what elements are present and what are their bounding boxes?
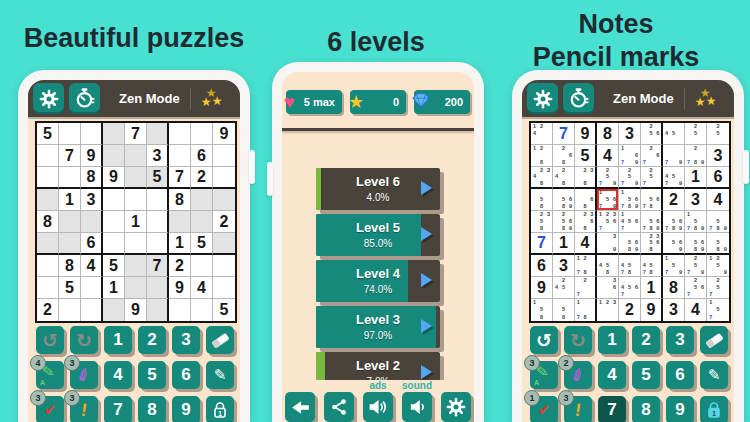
pencil-mark-3: 3: [545, 167, 552, 174]
cell-r4c2[interactable]: 1: [59, 189, 81, 211]
cell-r8c4[interactable]: 1: [103, 277, 125, 299]
cell-r8c9[interactable]: [213, 277, 235, 299]
pencil-mark-8: 8: [648, 246, 655, 253]
count-badge: 1: [524, 390, 540, 406]
cell-r2c9[interactable]: 3: [707, 145, 729, 167]
blue-pencil-mark-7: 7: [663, 180, 670, 187]
cell-r1c5[interactable]: 7: [125, 123, 147, 145]
cell-r7c3[interactable]: 1287: [575, 255, 597, 277]
cell-r9c7[interactable]: 3: [663, 299, 685, 321]
cell-r1c1[interactable]: 124: [531, 123, 553, 145]
cell-r3c1[interactable]: 2348: [531, 167, 553, 189]
cell-r8c8[interactable]: 2567: [685, 277, 707, 299]
redo-button[interactable]: ↻: [70, 326, 98, 354]
number-3-button[interactable]: 3: [172, 326, 200, 354]
cell-r3c2[interactable]: [59, 167, 81, 189]
cell-r1c9[interactable]: 25: [707, 123, 729, 145]
number-label: 5: [147, 365, 156, 385]
pencil-mark-8: 8: [560, 203, 567, 210]
cell-r6c9[interactable]: 589: [707, 233, 729, 255]
star-pill[interactable]: ★0: [350, 90, 406, 114]
cell-r6c4[interactable]: [103, 233, 125, 255]
cell-r5c3[interactable]: [81, 211, 103, 233]
cell-r2c3[interactable]: 5: [575, 145, 597, 167]
number-7-button[interactable]: 7: [104, 396, 132, 422]
pencil-mark-2: 2: [714, 277, 721, 284]
number-4-button[interactable]: 4: [104, 361, 132, 389]
given-digit: 8: [65, 258, 74, 274]
cell-r9c4[interactable]: [103, 299, 125, 321]
cell-r8c2[interactable]: 5: [59, 277, 81, 299]
gear-button[interactable]: [441, 392, 471, 422]
pencil-mark-2: 2: [604, 299, 611, 306]
pencil-mark-2: 2: [692, 255, 699, 262]
cell-r4c5[interactable]: 156897: [619, 189, 641, 211]
cell-r5c8[interactable]: 15897: [685, 211, 707, 233]
cell-r9c7[interactable]: [169, 299, 191, 321]
heart-pill[interactable]: ♥5 max: [286, 90, 342, 114]
number-9-button[interactable]: 9: [172, 396, 200, 422]
caption-notes: Notes Pencil marks: [482, 8, 750, 74]
cell-r7c8[interactable]: 2597: [685, 255, 707, 277]
cell-r2c4[interactable]: 4: [597, 145, 619, 167]
pencil-mark-2: 2: [648, 123, 655, 130]
cell-r7c3[interactable]: 4: [81, 255, 103, 277]
pencil-mark-5: 5: [626, 218, 633, 225]
pencil-mark-2: 2: [582, 277, 589, 284]
cell-r7c9[interactable]: [213, 255, 235, 277]
cell-r9c6[interactable]: [147, 299, 169, 321]
cell-r5c4[interactable]: [103, 211, 125, 233]
cell-r5c6[interactable]: [147, 211, 169, 233]
cell-r9c2[interactable]: [59, 299, 81, 321]
play-icon: [421, 365, 432, 379]
pencil-mark-8: 8: [692, 246, 699, 253]
cell-r1c9[interactable]: 9: [213, 123, 235, 145]
cell-r6c2[interactable]: [59, 233, 81, 255]
pencil-mark-9: 9: [567, 203, 574, 210]
given-digit: 4: [197, 280, 206, 296]
cell-r9c8[interactable]: 4: [685, 299, 707, 321]
cell-r5c1[interactable]: 2358: [531, 211, 553, 233]
cell-r2c2[interactable]: 268: [553, 145, 575, 167]
given-digit: 9: [175, 280, 184, 296]
speaker-waves-button[interactable]: [363, 392, 393, 422]
level-card-level-6[interactable]: Level 64.0%: [316, 168, 440, 210]
pencil-mark-4: 4: [619, 262, 626, 269]
pencil-mark-5: 5: [670, 240, 677, 247]
cell-r6c8[interactable]: 5689: [685, 233, 707, 255]
cell-r3c8[interactable]: 2: [191, 167, 213, 189]
cell-r8c1[interactable]: [37, 277, 59, 299]
given-digit: 7: [153, 258, 162, 274]
timer-button[interactable]: [69, 83, 100, 114]
cell-r3c6[interactable]: 5: [147, 167, 169, 189]
cell-r4c8[interactable]: [191, 189, 213, 211]
pencil-mark-2: 2: [538, 123, 545, 130]
pencil-mark-2: 2: [604, 211, 611, 218]
cell-r1c4[interactable]: 8: [597, 123, 619, 145]
cell-r6c6[interactable]: 23568: [641, 233, 663, 255]
pencil-mark-5: 5: [538, 218, 545, 225]
blue-pencil-mark-7: 7: [663, 225, 670, 232]
cell-r8c7[interactable]: 9: [169, 277, 191, 299]
given-digit: 8: [87, 169, 96, 185]
cell-r9c3[interactable]: [81, 299, 103, 321]
pencil-mark-5: 5: [714, 306, 721, 313]
cell-r6c2[interactable]: 1: [553, 233, 575, 255]
cell-r9c1[interactable]: 2: [37, 299, 59, 321]
pencil-mark-5: 5: [714, 262, 721, 269]
cell-r3c7[interactable]: 7: [169, 167, 191, 189]
cell-r7c6[interactable]: 7: [147, 255, 169, 277]
cell-r7c1[interactable]: 6: [531, 255, 553, 277]
pencil-mark-9: 9: [699, 225, 706, 232]
cell-r6c7[interactable]: 569: [663, 233, 685, 255]
back-arrow-icon: [291, 398, 310, 417]
cell-r6c6[interactable]: [147, 233, 169, 255]
pencil-mark-8: 8: [626, 269, 633, 276]
timer-button[interactable]: [563, 83, 594, 114]
cell-r5c9[interactable]: 5897: [707, 211, 729, 233]
level-card-level-3[interactable]: Level 397.0%: [316, 306, 440, 348]
cell-r9c9[interactable]: 157: [707, 299, 729, 321]
pencil-mark-9: 9: [722, 225, 729, 232]
check-icon: ✔: [538, 401, 551, 419]
cell-r1c5[interactable]: 3: [619, 123, 641, 145]
number-1-button[interactable]: 1: [598, 326, 626, 354]
cell-r8c2[interactable]: 245: [553, 277, 575, 299]
given-digit: 1: [131, 214, 140, 230]
pencil-a-button[interactable]: ✎A4: [36, 361, 64, 389]
pencil-mark-5: 5: [648, 196, 655, 203]
cell-r9c5[interactable]: 2: [619, 299, 641, 321]
cell-r6c1[interactable]: [37, 233, 59, 255]
pencil-mark-5: 5: [670, 262, 677, 269]
cell-r2c2[interactable]: 7: [59, 145, 81, 167]
cell-r2c3[interactable]: 9: [81, 145, 103, 167]
pencil-mark-5: 5: [692, 130, 699, 137]
cell-r8c6[interactable]: [147, 277, 169, 299]
cell-r2c6[interactable]: 3: [147, 145, 169, 167]
cell-r2c8[interactable]: 2897: [685, 145, 707, 167]
pencil-mark-5: 5: [560, 284, 567, 291]
cell-r7c6[interactable]: 4587: [641, 255, 663, 277]
cell-r2c6[interactable]: 267: [641, 145, 663, 167]
cell-r9c5[interactable]: 9: [125, 299, 147, 321]
pencil-mark-3: 3: [611, 299, 618, 306]
check-button[interactable]: ✔1: [530, 396, 558, 422]
given-digit: 5: [197, 235, 206, 251]
cell-r3c9[interactable]: 6: [707, 167, 729, 189]
number-8-button[interactable]: 8: [138, 396, 166, 422]
cell-r4c3[interactable]: 3: [81, 189, 103, 211]
cell-r8c3[interactable]: [81, 277, 103, 299]
cell-r2c1[interactable]: [37, 145, 59, 167]
exclaim-button[interactable]: !3: [564, 396, 592, 422]
number-2-button[interactable]: 2: [138, 326, 166, 354]
cell-r8c4[interactable]: 36: [597, 277, 619, 299]
cell-r1c8[interactable]: [191, 123, 213, 145]
given-digit: 4: [691, 302, 700, 318]
cell-r6c8[interactable]: 5: [191, 233, 213, 255]
cell-r1c7[interactable]: [169, 123, 191, 145]
gear-icon: [446, 397, 466, 417]
pencil-mark-5: 5: [538, 196, 545, 203]
number-7-button[interactable]: 7: [598, 396, 626, 422]
cell-r8c5[interactable]: [125, 277, 147, 299]
cell-r2c7[interactable]: 97: [663, 145, 685, 167]
number-6-button[interactable]: 6: [172, 361, 200, 389]
pencil-mark-1: 1: [597, 189, 604, 196]
pencil-mark-1: 1: [619, 189, 626, 196]
undo-button[interactable]: ↺: [530, 326, 558, 354]
cell-r2c1[interactable]: 128: [531, 145, 553, 167]
gem-pill[interactable]: 200: [414, 90, 470, 114]
cell-r2c5[interactable]: [125, 145, 147, 167]
cell-r9c8[interactable]: [191, 299, 213, 321]
pencil-button[interactable]: ✎: [206, 361, 234, 389]
cell-r1c4[interactable]: [103, 123, 125, 145]
cell-r7c2[interactable]: 8: [59, 255, 81, 277]
volume-button-nub: [267, 162, 273, 196]
pencil-mark-5: 5: [714, 218, 721, 225]
right-sudoku-board: 1247983256452525128268541697267972897323…: [529, 121, 731, 323]
cell-r5c1[interactable]: 8: [37, 211, 59, 233]
cell-r5c7[interactable]: 56897: [663, 211, 685, 233]
play-icon: [421, 227, 432, 241]
cell-r3c1[interactable]: [37, 167, 59, 189]
pencil-mark-4: 4: [531, 130, 538, 137]
speaker-button[interactable]: [402, 392, 432, 422]
pencil-mark-5: 5: [714, 284, 721, 291]
cell-r6c3[interactable]: 6: [81, 233, 103, 255]
cell-r3c5[interactable]: [125, 167, 147, 189]
pencil-mark-6: 6: [654, 196, 661, 203]
cell-r7c9[interactable]: 1259: [707, 255, 729, 277]
number-9-button[interactable]: 9: [666, 396, 694, 422]
cell-r7c5[interactable]: [125, 255, 147, 277]
cell-r8c7[interactable]: 8: [663, 277, 685, 299]
pencil-mark-1: 1: [619, 145, 626, 152]
cell-r1c2[interactable]: [59, 123, 81, 145]
cell-r2c7[interactable]: [169, 145, 191, 167]
pencil-mark-8: 8: [560, 159, 567, 166]
cell-r1c1[interactable]: 5: [37, 123, 59, 145]
cell-r2c4[interactable]: [103, 145, 125, 167]
cell-r5c8[interactable]: [191, 211, 213, 233]
given-digit: 5: [43, 126, 52, 142]
cell-r3c4[interactable]: 2597: [597, 167, 619, 189]
pencil-mark-8: 8: [604, 269, 611, 276]
right-app-header: Zen Mode★★★: [522, 80, 734, 117]
cell-r7c5[interactable]: 4587: [619, 255, 641, 277]
pencil-mark-9: 9: [633, 180, 640, 187]
cell-r9c9[interactable]: 5: [213, 299, 235, 321]
cell-r4c7[interactable]: 2: [663, 189, 685, 211]
pencil-mark-2: 2: [582, 167, 589, 174]
redo-icon: ↻: [76, 331, 92, 350]
pencil-mark-8: 8: [582, 314, 589, 321]
cell-r4c2[interactable]: 5689: [553, 189, 575, 211]
pencil-mark-6: 6: [654, 218, 661, 225]
cell-r9c6[interactable]: 9: [641, 299, 663, 321]
back-button[interactable]: [285, 392, 315, 422]
cell-r4c5[interactable]: [125, 189, 147, 211]
eraser-button[interactable]: [700, 326, 728, 354]
cell-r3c8[interactable]: 1: [685, 167, 707, 189]
cell-r4c8[interactable]: 3: [685, 189, 707, 211]
number-4-button[interactable]: 4: [598, 361, 626, 389]
number-5-button[interactable]: 5: [632, 361, 660, 389]
cell-r7c4[interactable]: 5: [103, 255, 125, 277]
cell-r6c9[interactable]: [213, 233, 235, 255]
pencil-mark-6: 6: [611, 196, 618, 203]
volume-button-nub: [743, 150, 749, 184]
cell-r7c2[interactable]: 3: [553, 255, 575, 277]
number-1-button[interactable]: 1: [104, 326, 132, 354]
right-phone-frame: Zen Mode★★★ 1247983256452525128268541697…: [512, 70, 744, 422]
given-digit: 2: [43, 302, 52, 318]
cell-r4c9[interactable]: 4: [707, 189, 729, 211]
cell-r5c4[interactable]: 123567: [597, 211, 619, 233]
pencil-mark-2: 2: [560, 211, 567, 218]
cell-r6c5[interactable]: 5689: [619, 233, 641, 255]
cell-r3c2[interactable]: 248: [553, 167, 575, 189]
cell-r8c8[interactable]: 4: [191, 277, 213, 299]
cell-r6c5[interactable]: [125, 233, 147, 255]
pencil-mark-6: 6: [677, 218, 684, 225]
cell-r4c1[interactable]: 58: [531, 189, 553, 211]
cell-r5c7[interactable]: [169, 211, 191, 233]
given-digit: 5: [65, 280, 74, 296]
cell-r3c4[interactable]: 9: [103, 167, 125, 189]
eraser-button[interactable]: [206, 326, 234, 354]
cell-r1c3[interactable]: 9: [575, 123, 597, 145]
cell-r9c3[interactable]: 187: [575, 299, 597, 321]
pencil-mark-2: 2: [560, 167, 567, 174]
cell-r4c7[interactable]: 8: [169, 189, 191, 211]
cell-r5c5[interactable]: 1: [125, 211, 147, 233]
given-digit: 7: [131, 126, 140, 142]
cell-r3c9[interactable]: [213, 167, 235, 189]
number-3-button[interactable]: 3: [666, 326, 694, 354]
cell-r5c2[interactable]: [59, 211, 81, 233]
cell-r9c2[interactable]: 58: [553, 299, 575, 321]
cell-r6c3[interactable]: 4: [575, 233, 597, 255]
blue-pencil-mark-7: 7: [575, 314, 582, 321]
cell-r7c1[interactable]: [37, 255, 59, 277]
cell-r6c1[interactable]: 7: [531, 233, 553, 255]
cell-r2c5[interactable]: 1697: [619, 145, 641, 167]
cell-r3c3[interactable]: 238: [575, 167, 597, 189]
redo-button[interactable]: ↻: [564, 326, 592, 354]
highlighter-button[interactable]: ✐3: [70, 361, 98, 389]
cell-r5c5[interactable]: 14567: [619, 211, 641, 233]
cell-r7c8[interactable]: [191, 255, 213, 277]
check-icon: ✔: [44, 401, 57, 419]
number-5-button[interactable]: 5: [138, 361, 166, 389]
pencil-mark-5: 5: [670, 218, 677, 225]
number-label: 3: [675, 330, 684, 350]
highlighter-button[interactable]: ✐2: [564, 361, 592, 389]
cell-r3c3[interactable]: 8: [81, 167, 103, 189]
cell-r1c8[interactable]: 25: [685, 123, 707, 145]
count-badge: 3: [64, 355, 80, 371]
cell-r9c1[interactable]: 158: [531, 299, 553, 321]
cell-r5c6[interactable]: 56897: [641, 211, 663, 233]
check-button[interactable]: ✔3: [36, 396, 64, 422]
cell-r7c4[interactable]: 458: [597, 255, 619, 277]
cell-r4c1[interactable]: [37, 189, 59, 211]
number-2-button[interactable]: 2: [632, 326, 660, 354]
cell-r3c5[interactable]: 2597: [619, 167, 641, 189]
cell-r4c4[interactable]: 15697: [597, 189, 619, 211]
given-digit: 9: [220, 126, 229, 142]
number-8-button[interactable]: 8: [632, 396, 660, 422]
count-badge: 3: [64, 390, 80, 406]
cell-r8c3[interactable]: 27: [575, 277, 597, 299]
lock-button[interactable]: 1: [206, 396, 234, 422]
settings-button[interactable]: [527, 83, 558, 114]
share-button[interactable]: [324, 392, 354, 422]
settings-button[interactable]: [33, 83, 64, 114]
pencil-a-button[interactable]: ✎A3: [530, 361, 558, 389]
pencil-button[interactable]: ✎: [700, 361, 728, 389]
pencil-mark-5: 5: [648, 218, 655, 225]
cell-r4c9[interactable]: [213, 189, 235, 211]
cell-r8c1[interactable]: 9: [531, 277, 553, 299]
cell-r1c6[interactable]: [147, 123, 169, 145]
cell-r9c4[interactable]: 123: [597, 299, 619, 321]
cell-r4c4[interactable]: [103, 189, 125, 211]
cell-r2c9[interactable]: [213, 145, 235, 167]
cell-r7c7[interactable]: 2: [169, 255, 191, 277]
exclaim-button[interactable]: !3: [70, 396, 98, 422]
currency-bar: ♥5 max★0200: [282, 90, 474, 114]
cell-r8c9[interactable]: 257: [707, 277, 729, 299]
cell-r8c5[interactable]: 4567: [619, 277, 641, 299]
cell-r4c6[interactable]: [147, 189, 169, 211]
cell-r1c2[interactable]: 7: [553, 123, 575, 145]
lock-button[interactable]: 1: [700, 396, 728, 422]
pencil-mark-6: 6: [567, 152, 574, 159]
cell-r2c8[interactable]: 6: [191, 145, 213, 167]
cell-r5c2[interactable]: 25689: [553, 211, 575, 233]
cell-r6c4[interactable]: 39: [597, 233, 619, 255]
cell-r4c6[interactable]: 5687: [641, 189, 663, 211]
blue-pencil-mark-7: 7: [707, 225, 714, 232]
cell-r1c3[interactable]: [81, 123, 103, 145]
blue-pencil-mark-7: 7: [641, 159, 648, 166]
cell-r5c3[interactable]: 2368: [575, 211, 597, 233]
cell-r4c3[interactable]: 68: [575, 189, 597, 211]
level-card-level-5[interactable]: Level 585.0%: [316, 214, 440, 256]
cell-r5c9[interactable]: 2: [213, 211, 235, 233]
cell-r8c6[interactable]: 1: [641, 277, 663, 299]
cell-r1c6[interactable]: 256: [641, 123, 663, 145]
cell-r3c7[interactable]: 4597: [663, 167, 685, 189]
number-6-button[interactable]: 6: [666, 361, 694, 389]
given-digit: 6: [537, 258, 546, 274]
pencil-mark-3: 3: [611, 233, 618, 240]
cell-r1c7[interactable]: 45: [663, 123, 685, 145]
cell-r6c7[interactable]: 1: [169, 233, 191, 255]
level-card-level-4[interactable]: Level 474.0%: [316, 260, 440, 302]
cell-r7c7[interactable]: 1597: [663, 255, 685, 277]
cell-r3c6[interactable]: 257: [641, 167, 663, 189]
undo-button[interactable]: ↺: [36, 326, 64, 354]
